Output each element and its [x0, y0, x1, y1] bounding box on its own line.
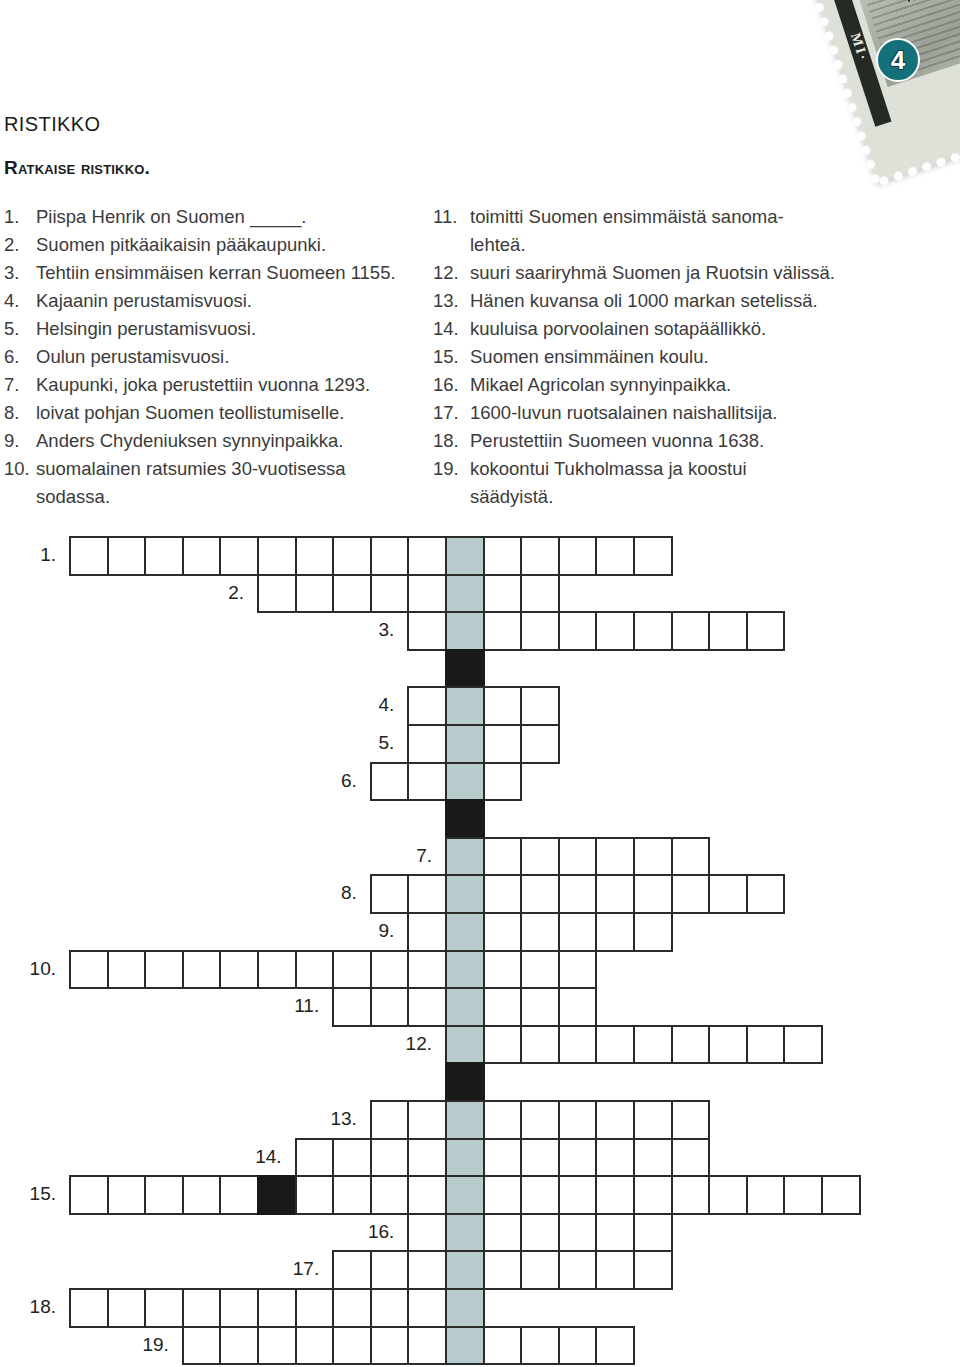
row-label: 8. — [301, 874, 357, 912]
grid-cell[interactable] — [370, 574, 410, 614]
grid-cell[interactable] — [407, 611, 447, 651]
grid-cell[interactable] — [295, 1138, 335, 1178]
grid-cell[interactable] — [633, 1175, 673, 1215]
grid-cell[interactable] — [332, 1250, 372, 1290]
grid-cell[interactable] — [295, 950, 335, 990]
grid-cell[interactable] — [558, 912, 598, 952]
grid-cell[interactable] — [671, 1025, 711, 1065]
grid-cell[interactable] — [558, 1100, 598, 1140]
grid-cell[interactable] — [107, 1288, 147, 1328]
grid-cell[interactable] — [483, 724, 523, 764]
grid-cell[interactable] — [370, 1326, 410, 1366]
grid-cell[interactable] — [520, 837, 560, 877]
grid-cell[interactable] — [407, 1175, 447, 1215]
grid-cell[interactable] — [182, 1175, 222, 1215]
grid-cell[interactable] — [69, 1175, 109, 1215]
grid-cell[interactable] — [107, 950, 147, 990]
grid-cell-highlighted[interactable] — [445, 1250, 485, 1290]
row-label: 6. — [301, 762, 357, 800]
grid-cell[interactable] — [407, 912, 447, 952]
grid-cell[interactable] — [595, 611, 635, 651]
grid-cell[interactable] — [746, 874, 786, 914]
grid-cell[interactable] — [520, 724, 560, 764]
grid-cell[interactable] — [144, 1175, 184, 1215]
grid-cell[interactable] — [558, 1213, 598, 1253]
grid-cell[interactable] — [257, 1326, 297, 1366]
grid-cell[interactable] — [483, 1025, 523, 1065]
grid-cell-highlighted[interactable] — [445, 611, 485, 651]
grid-cell[interactable] — [107, 536, 147, 576]
grid-cell[interactable] — [257, 536, 297, 576]
grid-cell[interactable] — [332, 987, 372, 1027]
grid-cell[interactable] — [370, 1250, 410, 1290]
row-label: 15. — [0, 1175, 56, 1213]
grid-cell-highlighted[interactable] — [445, 1175, 485, 1215]
row-label: 10. — [0, 950, 56, 988]
grid-cell[interactable] — [69, 950, 109, 990]
row-label: 7. — [376, 837, 432, 875]
grid-cell[interactable] — [671, 1100, 711, 1140]
grid-cell[interactable] — [558, 1326, 598, 1366]
grid-cell[interactable] — [595, 837, 635, 877]
grid-cell-highlighted[interactable] — [445, 837, 485, 877]
grid-cell[interactable] — [520, 574, 560, 614]
grid-cell[interactable] — [821, 1175, 861, 1215]
grid-cell[interactable] — [182, 1326, 222, 1366]
grid-cell[interactable] — [483, 1213, 523, 1253]
grid-cell-black — [445, 1062, 485, 1102]
grid-cell[interactable] — [595, 1213, 635, 1253]
grid-cell[interactable] — [407, 686, 447, 726]
grid-cell[interactable] — [332, 1326, 372, 1366]
grid-cell[interactable] — [708, 874, 748, 914]
grid-cell[interactable] — [633, 1213, 673, 1253]
row-label: 9. — [338, 912, 394, 950]
grid-cell-highlighted[interactable] — [445, 762, 485, 802]
grid-cell[interactable] — [671, 1175, 711, 1215]
grid-cell[interactable] — [295, 536, 335, 576]
grid-cell[interactable] — [407, 574, 447, 614]
grid-cell-highlighted[interactable] — [445, 1025, 485, 1065]
grid-cell[interactable] — [708, 1175, 748, 1215]
row-label: 19. — [113, 1326, 169, 1364]
grid-cell[interactable] — [332, 574, 372, 614]
crossword-grid: 1.2.3.4.5.6.7.8.9.10.11.12.13.14.15.16.1… — [0, 0, 960, 1367]
grid-cell[interactable] — [182, 536, 222, 576]
grid-cell[interactable] — [520, 611, 560, 651]
row-label: 11. — [263, 987, 319, 1025]
grid-cell[interactable] — [483, 574, 523, 614]
grid-cell[interactable] — [633, 912, 673, 952]
grid-cell[interactable] — [483, 987, 523, 1027]
grid-cell-black — [445, 799, 485, 839]
grid-cell[interactable] — [407, 987, 447, 1027]
row-label: 14. — [226, 1138, 282, 1176]
row-label: 4. — [338, 686, 394, 724]
grid-cell[interactable] — [483, 1100, 523, 1140]
grid-cell[interactable] — [520, 1250, 560, 1290]
grid-cell[interactable] — [219, 1326, 259, 1366]
grid-cell[interactable] — [370, 1138, 410, 1178]
row-label: 18. — [0, 1288, 56, 1326]
grid-cell-highlighted[interactable] — [445, 536, 485, 576]
grid-cell[interactable] — [558, 1250, 598, 1290]
grid-cell[interactable] — [558, 987, 598, 1027]
grid-cell[interactable] — [370, 762, 410, 802]
grid-cell[interactable] — [558, 950, 598, 990]
grid-cell[interactable] — [671, 611, 711, 651]
row-label: 3. — [338, 611, 394, 649]
grid-cell[interactable] — [520, 1100, 560, 1140]
grid-cell[interactable] — [746, 1175, 786, 1215]
grid-cell[interactable] — [595, 536, 635, 576]
grid-cell[interactable] — [483, 686, 523, 726]
grid-cell[interactable] — [144, 536, 184, 576]
grid-cell[interactable] — [483, 1138, 523, 1178]
grid-cell[interactable] — [558, 1025, 598, 1065]
grid-cell[interactable] — [407, 950, 447, 990]
grid-cell[interactable] — [595, 1250, 635, 1290]
grid-cell[interactable] — [407, 874, 447, 914]
grid-cell[interactable] — [332, 950, 372, 990]
grid-cell[interactable] — [332, 1138, 372, 1178]
grid-cell[interactable] — [407, 1138, 447, 1178]
grid-cell-black — [445, 649, 485, 689]
grid-cell[interactable] — [407, 762, 447, 802]
grid-cell[interactable] — [370, 874, 410, 914]
grid-cell-highlighted[interactable] — [445, 1288, 485, 1328]
grid-cell[interactable] — [182, 1288, 222, 1328]
row-label: 1. — [0, 536, 56, 574]
grid-cell[interactable] — [633, 611, 673, 651]
grid-cell[interactable] — [332, 1288, 372, 1328]
grid-cell[interactable] — [407, 724, 447, 764]
grid-cell[interactable] — [671, 1138, 711, 1178]
grid-cell[interactable] — [219, 536, 259, 576]
grid-cell[interactable] — [257, 574, 297, 614]
grid-cell[interactable] — [407, 1213, 447, 1253]
grid-cell[interactable] — [520, 874, 560, 914]
grid-cell[interactable] — [295, 1326, 335, 1366]
grid-cell[interactable] — [483, 1250, 523, 1290]
grid-cell[interactable] — [520, 1213, 560, 1253]
row-label: 16. — [338, 1213, 394, 1251]
grid-cell[interactable] — [558, 1138, 598, 1178]
grid-cell[interactable] — [219, 1288, 259, 1328]
grid-cell[interactable] — [595, 912, 635, 952]
grid-cell[interactable] — [257, 1288, 297, 1328]
grid-cell[interactable] — [483, 912, 523, 952]
grid-cell[interactable] — [483, 762, 523, 802]
grid-cell[interactable] — [520, 950, 560, 990]
grid-cell[interactable] — [520, 536, 560, 576]
grid-cell[interactable] — [407, 536, 447, 576]
grid-cell[interactable] — [69, 536, 109, 576]
row-label: 2. — [188, 574, 244, 612]
grid-cell[interactable] — [520, 1025, 560, 1065]
grid-cell-highlighted[interactable] — [445, 1326, 485, 1366]
grid-cell[interactable] — [633, 1250, 673, 1290]
grid-cell[interactable] — [295, 574, 335, 614]
grid-cell[interactable] — [370, 1288, 410, 1328]
grid-cell[interactable] — [370, 1100, 410, 1140]
grid-cell[interactable] — [783, 1025, 823, 1065]
grid-cell[interactable] — [483, 536, 523, 576]
grid-cell-highlighted[interactable] — [445, 912, 485, 952]
grid-cell[interactable] — [257, 950, 297, 990]
grid-cell[interactable] — [370, 987, 410, 1027]
grid-cell[interactable] — [370, 950, 410, 990]
grid-cell[interactable] — [407, 1288, 447, 1328]
grid-cell[interactable] — [483, 874, 523, 914]
grid-cell[interactable] — [520, 686, 560, 726]
grid-cell[interactable] — [483, 1175, 523, 1215]
grid-cell[interactable] — [370, 1175, 410, 1215]
grid-cell[interactable] — [633, 1025, 673, 1065]
grid-cell[interactable] — [144, 1288, 184, 1328]
grid-cell-highlighted[interactable] — [445, 987, 485, 1027]
grid-cell[interactable] — [144, 950, 184, 990]
grid-cell[interactable] — [520, 987, 560, 1027]
grid-cell-highlighted[interactable] — [445, 724, 485, 764]
grid-cell[interactable] — [483, 837, 523, 877]
grid-cell[interactable] — [746, 611, 786, 651]
grid-cell[interactable] — [407, 1250, 447, 1290]
grid-cell[interactable] — [595, 1138, 635, 1178]
grid-cell[interactable] — [633, 1138, 673, 1178]
grid-cell[interactable] — [219, 950, 259, 990]
grid-cell[interactable] — [633, 874, 673, 914]
grid-cell[interactable] — [633, 536, 673, 576]
grid-cell[interactable] — [407, 1100, 447, 1140]
grid-cell-highlighted[interactable] — [445, 1213, 485, 1253]
grid-cell[interactable] — [219, 1175, 259, 1215]
grid-cell[interactable] — [69, 1288, 109, 1328]
grid-cell[interactable] — [407, 1326, 447, 1366]
worksheet-page: MI· ND 4 RISTIKKO Ratkaise ristikko. 1.P… — [0, 0, 960, 1367]
grid-cell[interactable] — [558, 611, 598, 651]
grid-cell[interactable] — [708, 1025, 748, 1065]
grid-cell[interactable] — [671, 837, 711, 877]
grid-cell-highlighted[interactable] — [445, 874, 485, 914]
grid-cell[interactable] — [633, 837, 673, 877]
page-number-badge: 4 — [876, 38, 920, 82]
grid-cell[interactable] — [520, 1326, 560, 1366]
grid-cell[interactable] — [483, 611, 523, 651]
grid-cell[interactable] — [520, 1138, 560, 1178]
grid-cell[interactable] — [558, 536, 598, 576]
row-label: 12. — [376, 1025, 432, 1063]
grid-cell[interactable] — [595, 1025, 635, 1065]
grid-cell[interactable] — [332, 1175, 372, 1215]
grid-cell[interactable] — [483, 1326, 523, 1366]
grid-cell-black — [257, 1175, 297, 1215]
grid-cell[interactable] — [671, 874, 711, 914]
grid-cell[interactable] — [595, 1100, 635, 1140]
grid-cell[interactable] — [595, 1326, 635, 1366]
grid-cell[interactable] — [783, 1175, 823, 1215]
grid-cell[interactable] — [370, 536, 410, 576]
row-label: 13. — [301, 1100, 357, 1138]
grid-cell[interactable] — [182, 950, 222, 990]
grid-cell[interactable] — [633, 1100, 673, 1140]
grid-cell[interactable] — [520, 1175, 560, 1215]
grid-cell[interactable] — [295, 1288, 335, 1328]
grid-cell-highlighted[interactable] — [445, 686, 485, 726]
row-label: 17. — [263, 1250, 319, 1288]
grid-cell[interactable] — [558, 874, 598, 914]
grid-cell-highlighted[interactable] — [445, 1138, 485, 1178]
grid-cell[interactable] — [332, 536, 372, 576]
grid-cell[interactable] — [295, 1175, 335, 1215]
grid-cell-highlighted[interactable] — [445, 574, 485, 614]
grid-cell[interactable] — [558, 1175, 598, 1215]
grid-cell[interactable] — [558, 837, 598, 877]
grid-cell-highlighted[interactable] — [445, 1100, 485, 1140]
row-label: 5. — [338, 724, 394, 762]
grid-cell-highlighted[interactable] — [445, 950, 485, 990]
grid-cell[interactable] — [107, 1175, 147, 1215]
grid-cell[interactable] — [483, 950, 523, 990]
grid-cell[interactable] — [595, 874, 635, 914]
grid-cell[interactable] — [520, 912, 560, 952]
grid-cell[interactable] — [595, 1175, 635, 1215]
grid-cell[interactable] — [708, 611, 748, 651]
grid-cell[interactable] — [746, 1025, 786, 1065]
